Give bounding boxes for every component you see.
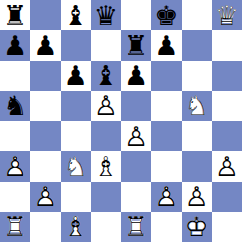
square-e6[interactable]: ♟	[121, 61, 151, 91]
piece-white-pawn[interactable]: ♟♙	[151, 182, 181, 212]
square-h8[interactable]: ♛♕	[212, 0, 242, 30]
square-e2[interactable]	[121, 182, 151, 212]
pawn-outline-glyph: ♙	[212, 151, 242, 181]
queen-outline-glyph: ♕	[212, 0, 242, 30]
square-g7[interactable]	[182, 30, 212, 60]
square-g5[interactable]: ♞♘	[182, 91, 212, 121]
square-g4[interactable]	[182, 121, 212, 151]
square-a3[interactable]: ♟♙	[0, 151, 30, 181]
pawn-outline-glyph: ♙	[151, 182, 181, 212]
pawn-glyph: ♟	[30, 30, 60, 60]
square-e8[interactable]	[121, 0, 151, 30]
piece-black-knight[interactable]: ♞	[0, 91, 30, 121]
bishop-glyph: ♝	[91, 61, 121, 91]
square-a2[interactable]	[0, 182, 30, 212]
square-f5[interactable]	[151, 91, 181, 121]
square-b1[interactable]	[30, 212, 60, 242]
square-b7[interactable]: ♟	[30, 30, 60, 60]
square-d2[interactable]	[91, 182, 121, 212]
square-h6[interactable]	[212, 61, 242, 91]
square-b5[interactable]	[30, 91, 60, 121]
square-e5[interactable]	[121, 91, 151, 121]
square-f4[interactable]	[151, 121, 181, 151]
square-b4[interactable]	[30, 121, 60, 151]
chess-board: ♜♝♛♚♛♕♟♟♜♟♟♝♟♞♟♙♞♘♟♙♟♙♞♘♝♗♟♙♟♙♟♙♟♙♜♖♝♗♜♖…	[0, 0, 242, 242]
square-f1[interactable]	[151, 212, 181, 242]
square-h3[interactable]: ♟♙	[212, 151, 242, 181]
square-h4[interactable]	[212, 121, 242, 151]
piece-black-pawn[interactable]: ♟	[151, 30, 181, 60]
pawn-glyph: ♟	[61, 61, 91, 91]
piece-white-pawn[interactable]: ♟♙	[91, 91, 121, 121]
piece-white-king[interactable]: ♚♔	[182, 212, 212, 242]
piece-white-knight[interactable]: ♞♘	[61, 151, 91, 181]
piece-black-pawn[interactable]: ♟	[0, 30, 30, 60]
square-f6[interactable]	[151, 61, 181, 91]
square-c8[interactable]: ♝	[61, 0, 91, 30]
square-a5[interactable]: ♞	[0, 91, 30, 121]
square-d3[interactable]: ♝♗	[91, 151, 121, 181]
square-d6[interactable]: ♝	[91, 61, 121, 91]
piece-white-pawn[interactable]: ♟♙	[30, 182, 60, 212]
square-g3[interactable]	[182, 151, 212, 181]
square-e7[interactable]: ♜	[121, 30, 151, 60]
bishop-outline-glyph: ♗	[91, 151, 121, 181]
square-f2[interactable]: ♟♙	[151, 182, 181, 212]
knight-outline-glyph: ♘	[61, 151, 91, 181]
square-e3[interactable]	[121, 151, 151, 181]
square-e1[interactable]: ♜♖	[121, 212, 151, 242]
square-g2[interactable]: ♟♙	[182, 182, 212, 212]
square-f8[interactable]: ♚	[151, 0, 181, 30]
square-a7[interactable]: ♟	[0, 30, 30, 60]
piece-white-pawn[interactable]: ♟♙	[212, 151, 242, 181]
square-h5[interactable]	[212, 91, 242, 121]
piece-black-rook[interactable]: ♜	[0, 0, 30, 30]
piece-black-king[interactable]: ♚	[151, 0, 181, 30]
square-c7[interactable]	[61, 30, 91, 60]
square-f3[interactable]	[151, 151, 181, 181]
piece-black-rook[interactable]: ♜	[121, 30, 151, 60]
piece-white-rook[interactable]: ♜♖	[0, 212, 30, 242]
rook-glyph: ♜	[0, 0, 30, 30]
pawn-glyph: ♟	[0, 30, 30, 60]
square-a6[interactable]	[0, 61, 30, 91]
square-c3[interactable]: ♞♘	[61, 151, 91, 181]
pawn-outline-glyph: ♙	[0, 151, 30, 181]
pawn-glyph: ♟	[151, 30, 181, 60]
square-c1[interactable]: ♝♗	[61, 212, 91, 242]
square-g1[interactable]: ♚♔	[182, 212, 212, 242]
square-d1[interactable]	[91, 212, 121, 242]
square-b8[interactable]	[30, 0, 60, 30]
pawn-outline-glyph: ♙	[91, 91, 121, 121]
square-f7[interactable]: ♟	[151, 30, 181, 60]
piece-black-pawn[interactable]: ♟	[121, 61, 151, 91]
queen-glyph: ♛	[91, 0, 121, 30]
knight-glyph: ♞	[0, 91, 30, 121]
pawn-outline-glyph: ♙	[182, 182, 212, 212]
square-g8[interactable]	[182, 0, 212, 30]
pawn-outline-glyph: ♙	[121, 121, 151, 151]
piece-black-bishop[interactable]: ♝	[91, 61, 121, 91]
square-c4[interactable]	[61, 121, 91, 151]
pawn-outline-glyph: ♙	[30, 182, 60, 212]
piece-black-queen[interactable]: ♛	[91, 0, 121, 30]
square-b2[interactable]: ♟♙	[30, 182, 60, 212]
pawn-glyph: ♟	[121, 61, 151, 91]
square-d8[interactable]: ♛	[91, 0, 121, 30]
piece-white-pawn[interactable]: ♟♙	[0, 151, 30, 181]
knight-outline-glyph: ♘	[182, 91, 212, 121]
king-glyph: ♚	[151, 0, 181, 30]
piece-black-bishop[interactable]: ♝	[61, 0, 91, 30]
square-a1[interactable]: ♜♖	[0, 212, 30, 242]
bishop-outline-glyph: ♗	[61, 212, 91, 242]
square-g6[interactable]	[182, 61, 212, 91]
square-h1[interactable]	[212, 212, 242, 242]
piece-white-bishop[interactable]: ♝♗	[61, 212, 91, 242]
square-a8[interactable]: ♜	[0, 0, 30, 30]
square-d7[interactable]	[91, 30, 121, 60]
square-d5[interactable]: ♟♙	[91, 91, 121, 121]
square-b6[interactable]	[30, 61, 60, 91]
piece-black-pawn[interactable]: ♟	[30, 30, 60, 60]
piece-white-rook[interactable]: ♜♖	[121, 212, 151, 242]
square-e4[interactable]: ♟♙	[121, 121, 151, 151]
piece-white-queen[interactable]: ♛♕	[212, 0, 242, 30]
rook-glyph: ♜	[121, 30, 151, 60]
piece-white-knight[interactable]: ♞♘	[182, 91, 212, 121]
square-h7[interactable]	[212, 30, 242, 60]
square-c2[interactable]	[61, 182, 91, 212]
square-b3[interactable]	[30, 151, 60, 181]
piece-black-pawn[interactable]: ♟	[61, 61, 91, 91]
bishop-glyph: ♝	[61, 0, 91, 30]
square-c6[interactable]: ♟	[61, 61, 91, 91]
rook-outline-glyph: ♖	[0, 212, 30, 242]
rook-outline-glyph: ♖	[121, 212, 151, 242]
piece-white-bishop[interactable]: ♝♗	[91, 151, 121, 181]
square-d4[interactable]	[91, 121, 121, 151]
king-outline-glyph: ♔	[182, 212, 212, 242]
square-c5[interactable]	[61, 91, 91, 121]
piece-white-pawn[interactable]: ♟♙	[121, 121, 151, 151]
piece-white-pawn[interactable]: ♟♙	[182, 182, 212, 212]
square-h2[interactable]	[212, 182, 242, 212]
square-a4[interactable]	[0, 121, 30, 151]
